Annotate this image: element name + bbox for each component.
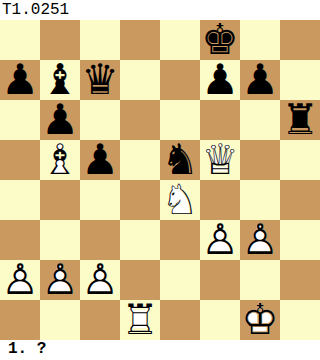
square-c8[interactable]: [80, 20, 120, 60]
square-d6[interactable]: [120, 100, 160, 140]
square-h7[interactable]: [280, 60, 320, 100]
square-d5[interactable]: [120, 140, 160, 180]
chess-board: ♚♟♝♛♟♟♟♜♝♗♟♞♛♕♞♘♟♙♟♙♟♙♟♙♟♙♜♖♚♔: [0, 20, 320, 340]
square-g3[interactable]: ♟♙: [240, 220, 280, 260]
white-pawn[interactable]: ♟♙: [40, 260, 80, 300]
square-a7[interactable]: ♟: [0, 60, 40, 100]
square-c3[interactable]: [80, 220, 120, 260]
square-a5[interactable]: [0, 140, 40, 180]
piece-outline: ♕: [200, 140, 240, 180]
square-b6[interactable]: ♟: [40, 100, 80, 140]
square-d7[interactable]: [120, 60, 160, 100]
white-pawn[interactable]: ♟♙: [240, 220, 280, 260]
piece-outline: ♘: [160, 180, 200, 220]
square-e6[interactable]: [160, 100, 200, 140]
square-g4[interactable]: [240, 180, 280, 220]
square-c7[interactable]: ♛: [80, 60, 120, 100]
white-pawn[interactable]: ♟♙: [80, 260, 120, 300]
white-queen[interactable]: ♛♕: [200, 140, 240, 180]
square-a8[interactable]: [0, 20, 40, 60]
square-f8[interactable]: ♚: [200, 20, 240, 60]
square-h1[interactable]: [280, 300, 320, 340]
piece-outline: ♗: [40, 140, 80, 180]
black-queen[interactable]: ♛: [80, 60, 120, 100]
square-a2[interactable]: ♟♙: [0, 260, 40, 300]
black-king[interactable]: ♚: [200, 20, 240, 60]
square-d4[interactable]: [120, 180, 160, 220]
square-b8[interactable]: [40, 20, 80, 60]
black-bishop[interactable]: ♝: [40, 60, 80, 100]
square-g5[interactable]: [240, 140, 280, 180]
white-pawn[interactable]: ♟♙: [200, 220, 240, 260]
square-a3[interactable]: [0, 220, 40, 260]
square-b1[interactable]: [40, 300, 80, 340]
square-d8[interactable]: [120, 20, 160, 60]
square-f2[interactable]: [200, 260, 240, 300]
piece-outline: ♙: [200, 220, 240, 260]
square-h5[interactable]: [280, 140, 320, 180]
square-b4[interactable]: [40, 180, 80, 220]
square-c2[interactable]: ♟♙: [80, 260, 120, 300]
piece-outline: ♙: [0, 260, 40, 300]
square-e1[interactable]: [160, 300, 200, 340]
square-c6[interactable]: [80, 100, 120, 140]
square-c5[interactable]: ♟: [80, 140, 120, 180]
square-g1[interactable]: ♚♔: [240, 300, 280, 340]
square-h2[interactable]: [280, 260, 320, 300]
square-b7[interactable]: ♝: [40, 60, 80, 100]
square-e3[interactable]: [160, 220, 200, 260]
puzzle-id: T1.0251: [0, 0, 320, 20]
square-f3[interactable]: ♟♙: [200, 220, 240, 260]
white-bishop[interactable]: ♝♗: [40, 140, 80, 180]
piece-outline: ♙: [80, 260, 120, 300]
square-h8[interactable]: [280, 20, 320, 60]
square-f6[interactable]: [200, 100, 240, 140]
white-pawn[interactable]: ♟♙: [0, 260, 40, 300]
square-e4[interactable]: ♞♘: [160, 180, 200, 220]
black-knight[interactable]: ♞: [160, 140, 200, 180]
square-f7[interactable]: ♟: [200, 60, 240, 100]
square-a6[interactable]: [0, 100, 40, 140]
piece-outline: ♙: [40, 260, 80, 300]
square-e7[interactable]: [160, 60, 200, 100]
square-e8[interactable]: [160, 20, 200, 60]
square-h3[interactable]: [280, 220, 320, 260]
white-rook[interactable]: ♜♖: [120, 300, 160, 340]
black-pawn[interactable]: ♟: [200, 60, 240, 100]
square-e2[interactable]: [160, 260, 200, 300]
square-b3[interactable]: [40, 220, 80, 260]
square-d1[interactable]: ♜♖: [120, 300, 160, 340]
square-f1[interactable]: [200, 300, 240, 340]
piece-outline: ♙: [240, 220, 280, 260]
square-d3[interactable]: [120, 220, 160, 260]
square-g8[interactable]: [240, 20, 280, 60]
square-a1[interactable]: [0, 300, 40, 340]
square-h6[interactable]: ♜: [280, 100, 320, 140]
piece-outline: ♖: [120, 300, 160, 340]
black-pawn[interactable]: ♟: [80, 140, 120, 180]
piece-outline: ♔: [240, 300, 280, 340]
white-knight[interactable]: ♞♘: [160, 180, 200, 220]
square-g2[interactable]: [240, 260, 280, 300]
square-f5[interactable]: ♛♕: [200, 140, 240, 180]
black-rook[interactable]: ♜: [280, 100, 320, 140]
black-pawn[interactable]: ♟: [40, 100, 80, 140]
square-f4[interactable]: [200, 180, 240, 220]
black-pawn[interactable]: ♟: [240, 60, 280, 100]
square-c4[interactable]: [80, 180, 120, 220]
square-a4[interactable]: [0, 180, 40, 220]
white-king[interactable]: ♚♔: [240, 300, 280, 340]
square-b5[interactable]: ♝♗: [40, 140, 80, 180]
square-c1[interactable]: [80, 300, 120, 340]
square-e5[interactable]: ♞: [160, 140, 200, 180]
square-h4[interactable]: [280, 180, 320, 220]
square-g6[interactable]: [240, 100, 280, 140]
square-g7[interactable]: ♟: [240, 60, 280, 100]
black-pawn[interactable]: ♟: [0, 60, 40, 100]
square-b2[interactable]: ♟♙: [40, 260, 80, 300]
square-d2[interactable]: [120, 260, 160, 300]
